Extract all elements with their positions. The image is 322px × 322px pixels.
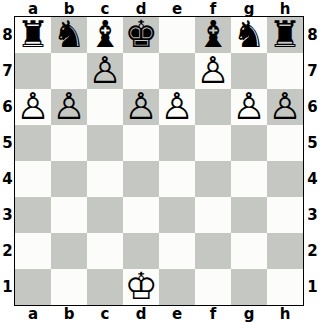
- file-label-g: g: [231, 305, 267, 322]
- piece-white-pawn[interactable]: ♙: [16, 89, 49, 125]
- file-label-h: h: [267, 305, 303, 322]
- square-a7[interactable]: [15, 53, 51, 89]
- rank-label-2: 2: [303, 233, 322, 269]
- rank-label-1: 1: [303, 269, 322, 305]
- rank-label-4: 4: [0, 161, 15, 197]
- square-a5[interactable]: [15, 125, 51, 161]
- square-f3[interactable]: [195, 197, 231, 233]
- square-d5[interactable]: [123, 125, 159, 161]
- square-c7[interactable]: ♙: [87, 53, 123, 89]
- square-a8[interactable]: ♜: [15, 17, 51, 53]
- file-label-b: b: [51, 305, 87, 322]
- file-label-a: a: [15, 305, 51, 322]
- square-c6[interactable]: [87, 89, 123, 125]
- piece-white-pawn[interactable]: ♙: [52, 89, 85, 125]
- square-e2[interactable]: [159, 233, 195, 269]
- square-h1[interactable]: [267, 269, 303, 305]
- square-a1[interactable]: [15, 269, 51, 305]
- file-label-f: f: [195, 305, 231, 322]
- square-c8[interactable]: ♝: [87, 17, 123, 53]
- square-g6[interactable]: ♙: [231, 89, 267, 125]
- piece-black-bishop[interactable]: ♝: [88, 17, 121, 53]
- square-c4[interactable]: [87, 161, 123, 197]
- rank-label-3: 3: [0, 197, 15, 233]
- square-d6[interactable]: ♙: [123, 89, 159, 125]
- square-c5[interactable]: [87, 125, 123, 161]
- square-f2[interactable]: [195, 233, 231, 269]
- square-a3[interactable]: [15, 197, 51, 233]
- file-label-c: c: [87, 0, 123, 17]
- square-d7[interactable]: [123, 53, 159, 89]
- file-label-d: d: [123, 305, 159, 322]
- file-label-e: e: [159, 305, 195, 322]
- square-f4[interactable]: [195, 161, 231, 197]
- piece-black-rook[interactable]: ♜: [16, 17, 49, 53]
- piece-black-rook[interactable]: ♜: [268, 17, 301, 53]
- square-e5[interactable]: [159, 125, 195, 161]
- piece-white-king[interactable]: ♔: [124, 269, 157, 305]
- square-c2[interactable]: [87, 233, 123, 269]
- square-g7[interactable]: [231, 53, 267, 89]
- piece-white-pawn[interactable]: ♙: [124, 89, 157, 125]
- square-h6[interactable]: ♙: [267, 89, 303, 125]
- rank-label-6: 6: [303, 89, 322, 125]
- square-e3[interactable]: [159, 197, 195, 233]
- file-label-e: e: [159, 0, 195, 17]
- rank-label-1: 1: [0, 269, 15, 305]
- square-e6[interactable]: ♙: [159, 89, 195, 125]
- square-h2[interactable]: [267, 233, 303, 269]
- file-label-g: g: [231, 0, 267, 17]
- square-b5[interactable]: [51, 125, 87, 161]
- rank-label-7: 7: [303, 53, 322, 89]
- piece-white-pawn[interactable]: ♙: [160, 89, 193, 125]
- square-c3[interactable]: [87, 197, 123, 233]
- square-g1[interactable]: [231, 269, 267, 305]
- square-e1[interactable]: [159, 269, 195, 305]
- rank-labels-right: 87654321: [303, 17, 322, 305]
- square-g3[interactable]: [231, 197, 267, 233]
- piece-white-pawn[interactable]: ♙: [232, 89, 265, 125]
- square-f7[interactable]: ♙: [195, 53, 231, 89]
- square-e7[interactable]: [159, 53, 195, 89]
- file-labels-bottom: abcdefgh: [15, 305, 303, 322]
- rank-label-3: 3: [303, 197, 322, 233]
- piece-white-pawn[interactable]: ♙: [196, 53, 229, 89]
- square-b2[interactable]: [51, 233, 87, 269]
- square-d3[interactable]: [123, 197, 159, 233]
- file-label-c: c: [87, 305, 123, 322]
- file-label-a: a: [15, 0, 51, 17]
- square-d4[interactable]: [123, 161, 159, 197]
- square-d8[interactable]: ♚: [123, 17, 159, 53]
- file-label-d: d: [123, 0, 159, 17]
- square-a2[interactable]: [15, 233, 51, 269]
- square-a4[interactable]: [15, 161, 51, 197]
- square-b6[interactable]: ♙: [51, 89, 87, 125]
- square-a6[interactable]: ♙: [15, 89, 51, 125]
- square-e8[interactable]: [159, 17, 195, 53]
- piece-black-knight[interactable]: ♞: [232, 17, 265, 53]
- rank-label-7: 7: [0, 53, 15, 89]
- piece-black-bishop[interactable]: ♝: [196, 17, 229, 53]
- square-h3[interactable]: [267, 197, 303, 233]
- rank-label-4: 4: [303, 161, 322, 197]
- piece-white-pawn[interactable]: ♙: [88, 53, 121, 89]
- square-h8[interactable]: ♜: [267, 17, 303, 53]
- file-label-b: b: [51, 0, 87, 17]
- square-c1[interactable]: [87, 269, 123, 305]
- rank-label-5: 5: [0, 125, 15, 161]
- square-g5[interactable]: [231, 125, 267, 161]
- square-g4[interactable]: [231, 161, 267, 197]
- rank-label-6: 6: [0, 89, 15, 125]
- square-d1[interactable]: ♔: [123, 269, 159, 305]
- square-d2[interactable]: [123, 233, 159, 269]
- square-b3[interactable]: [51, 197, 87, 233]
- rank-label-2: 2: [0, 233, 15, 269]
- square-h4[interactable]: [267, 161, 303, 197]
- file-labels-top: abcdefgh: [15, 0, 303, 17]
- piece-black-knight[interactable]: ♞: [52, 17, 85, 53]
- file-label-f: f: [195, 0, 231, 17]
- chess-board: ♜♞♝♚♝♞♜♙♙♙♙♙♙♙♙♔: [15, 17, 303, 305]
- square-b7[interactable]: [51, 53, 87, 89]
- square-b1[interactable]: [51, 269, 87, 305]
- rank-label-8: 8: [0, 17, 15, 53]
- square-b4[interactable]: [51, 161, 87, 197]
- file-label-h: h: [267, 0, 303, 17]
- rank-label-8: 8: [303, 17, 322, 53]
- square-g2[interactable]: [231, 233, 267, 269]
- square-f6[interactable]: [195, 89, 231, 125]
- square-h7[interactable]: [267, 53, 303, 89]
- square-h5[interactable]: [267, 125, 303, 161]
- rank-label-5: 5: [303, 125, 322, 161]
- square-f5[interactable]: [195, 125, 231, 161]
- rank-labels-left: 87654321: [0, 17, 15, 305]
- square-f1[interactable]: [195, 269, 231, 305]
- square-e4[interactable]: [159, 161, 195, 197]
- piece-white-pawn[interactable]: ♙: [268, 89, 301, 125]
- square-g8[interactable]: ♞: [231, 17, 267, 53]
- square-b8[interactable]: ♞: [51, 17, 87, 53]
- square-f8[interactable]: ♝: [195, 17, 231, 53]
- chess-diagram: abcdefgh 87654321 ♜♞♝♚♝♞♜♙♙♙♙♙♙♙♙♔ 87654…: [0, 0, 322, 322]
- piece-black-king[interactable]: ♚: [124, 17, 157, 53]
